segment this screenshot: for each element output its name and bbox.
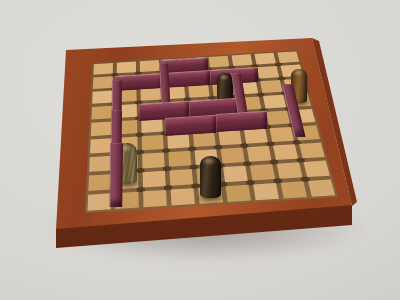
pawn-dark-walnut-e1[interactable] (200, 156, 220, 198)
scene (0, 0, 400, 300)
pawn-top (293, 69, 306, 77)
pawn-top (219, 74, 232, 82)
wall-v-ab-2-3[interactable] (109, 143, 123, 207)
pawn-top (202, 157, 218, 167)
wall-h-de-4-5[interactable] (165, 114, 216, 135)
